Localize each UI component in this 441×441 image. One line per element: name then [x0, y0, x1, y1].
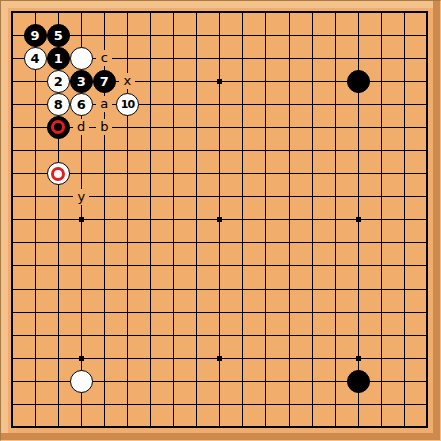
- circle-mark: [51, 167, 65, 181]
- stone-number: 7: [100, 75, 109, 88]
- star-point: [356, 217, 361, 222]
- star-point: [217, 79, 222, 84]
- white-stone: 10: [116, 93, 139, 116]
- grid-line: [335, 11, 336, 428]
- stone-number: 9: [31, 29, 40, 42]
- stone-number: 2: [54, 75, 63, 88]
- stone-number: 8: [54, 98, 63, 111]
- point-label: y: [73, 189, 89, 205]
- white-stone: [70, 47, 93, 70]
- black-stone: [347, 370, 370, 393]
- black-stone: 3: [70, 70, 93, 93]
- grid-line: [11, 265, 428, 266]
- point-label: x: [119, 73, 135, 89]
- star-point: [217, 356, 222, 361]
- stone-number: 3: [77, 75, 86, 88]
- star-point: [217, 217, 222, 222]
- white-stone: 4: [24, 47, 47, 70]
- board-frame-top: [1, 1, 440, 8]
- grid-line: [11, 312, 428, 313]
- grid-line: [11, 242, 428, 243]
- point-label: a: [96, 96, 112, 112]
- black-stone: [47, 116, 70, 139]
- circle-mark: [51, 120, 65, 134]
- black-stone: 1: [47, 47, 70, 70]
- white-stone: 2: [47, 70, 70, 93]
- point-label: b: [96, 119, 112, 135]
- grid-line: [11, 289, 428, 290]
- black-stone: 7: [93, 70, 116, 93]
- board-frame-right: [433, 1, 440, 440]
- go-board: abcdxy12345678910: [0, 0, 441, 441]
- board-frame-bottom: [1, 433, 440, 440]
- grid-line: [11, 404, 428, 405]
- white-stone: 8: [47, 93, 70, 116]
- black-stone: 9: [24, 24, 47, 47]
- grid-line: [404, 11, 405, 428]
- grid-line: [11, 426, 428, 428]
- grid-line: [265, 11, 266, 428]
- star-point: [79, 356, 84, 361]
- star-point: [356, 356, 361, 361]
- white-stone: [70, 370, 93, 393]
- grid-line: [11, 335, 428, 336]
- stone-number: 4: [31, 52, 40, 65]
- board-frame-left: [1, 1, 8, 440]
- grid-line: [312, 11, 313, 428]
- white-stone: [47, 162, 70, 185]
- stone-number: 5: [54, 29, 63, 42]
- stone-number: 6: [77, 98, 86, 111]
- grid-line: [242, 11, 243, 428]
- white-stone: 6: [70, 93, 93, 116]
- point-label: c: [96, 50, 112, 66]
- point-label: d: [73, 119, 89, 135]
- star-point: [79, 217, 84, 222]
- stone-number: 1: [54, 52, 63, 65]
- grid-line: [381, 11, 382, 428]
- grid-line: [289, 11, 290, 428]
- stone-number: 10: [121, 99, 134, 110]
- black-stone: 5: [47, 24, 70, 47]
- grid-line: [426, 11, 428, 428]
- black-stone: [347, 70, 370, 93]
